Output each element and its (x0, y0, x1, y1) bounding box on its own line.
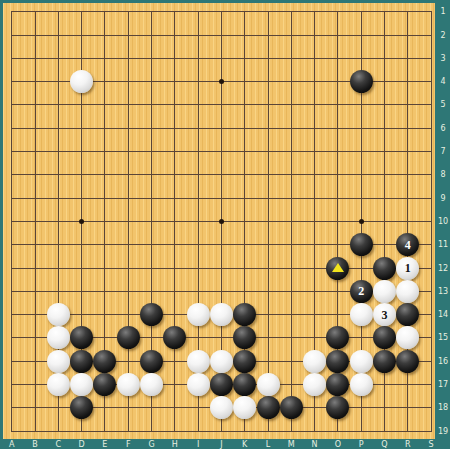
black-stone[interactable] (350, 70, 373, 93)
row-label: 8 (436, 170, 450, 179)
column-label: K (238, 440, 252, 449)
black-stone[interactable] (117, 326, 140, 349)
column-label: H (168, 440, 182, 449)
white-stone[interactable] (210, 303, 233, 326)
row-label: 19 (436, 427, 450, 436)
column-label: L (261, 440, 275, 449)
white-stone[interactable] (47, 303, 70, 326)
white-stone[interactable] (396, 280, 419, 303)
black-stone[interactable] (210, 373, 233, 396)
black-stone[interactable]: 2 (350, 280, 373, 303)
column-label: D (75, 440, 89, 449)
column-label: Q (378, 440, 392, 449)
column-label: J (214, 440, 228, 449)
row-label: 5 (436, 100, 450, 109)
column-label: I (191, 440, 205, 449)
white-stone[interactable] (47, 373, 70, 396)
row-label: 17 (436, 380, 450, 389)
row-label: 10 (436, 217, 450, 226)
white-stone[interactable] (257, 373, 280, 396)
white-stone[interactable] (70, 373, 93, 396)
white-stone[interactable] (187, 373, 210, 396)
black-stone[interactable] (350, 233, 373, 256)
black-stone[interactable] (280, 396, 303, 419)
white-stone[interactable] (210, 350, 233, 373)
white-stone[interactable] (47, 350, 70, 373)
go-board-frame: 4123 12345678910111213141516171819 ABCDE… (0, 0, 450, 449)
black-stone[interactable] (140, 350, 163, 373)
column-label: R (401, 440, 415, 449)
column-label: P (354, 440, 368, 449)
white-stone[interactable] (350, 350, 373, 373)
column-label: F (121, 440, 135, 449)
row-label: 15 (436, 333, 450, 342)
column-label: O (331, 440, 345, 449)
row-label: 18 (436, 403, 450, 412)
white-stone[interactable] (187, 303, 210, 326)
move-number-label: 4 (405, 239, 411, 251)
black-stone[interactable] (396, 350, 419, 373)
move-number-label: 1 (405, 262, 411, 274)
white-stone[interactable]: 3 (373, 303, 396, 326)
column-label: E (98, 440, 112, 449)
black-stone[interactable] (140, 303, 163, 326)
row-label: 9 (436, 194, 450, 203)
black-stone[interactable] (373, 350, 396, 373)
white-stone[interactable] (303, 373, 326, 396)
row-label: 13 (436, 287, 450, 296)
white-stone[interactable] (187, 350, 210, 373)
column-label: G (145, 440, 159, 449)
white-stone[interactable] (303, 350, 326, 373)
row-label: 6 (436, 124, 450, 133)
row-label: 2 (436, 31, 450, 40)
row-label: 4 (436, 77, 450, 86)
column-label: C (51, 440, 65, 449)
white-stone[interactable] (140, 373, 163, 396)
white-stone[interactable]: 1 (396, 257, 419, 280)
column-label: S (424, 440, 438, 449)
row-label: 1 (436, 7, 450, 16)
white-stone[interactable] (350, 373, 373, 396)
row-label: 16 (436, 357, 450, 366)
column-label: N (308, 440, 322, 449)
black-stone[interactable] (326, 257, 349, 280)
white-stone[interactable] (373, 280, 396, 303)
move-number-label: 3 (382, 309, 388, 321)
black-stone[interactable] (373, 257, 396, 280)
black-stone[interactable] (233, 350, 256, 373)
column-label: M (284, 440, 298, 449)
white-stone[interactable] (117, 373, 140, 396)
black-stone[interactable] (93, 350, 116, 373)
row-label: 7 (436, 147, 450, 156)
row-label: 14 (436, 310, 450, 319)
column-label: B (28, 440, 42, 449)
black-stone[interactable] (326, 350, 349, 373)
black-stone[interactable] (70, 350, 93, 373)
column-label: A (5, 440, 19, 449)
row-label: 12 (436, 264, 450, 273)
row-label: 11 (436, 240, 450, 249)
move-number-label: 2 (358, 285, 364, 297)
row-label: 3 (436, 54, 450, 63)
white-stone[interactable] (350, 303, 373, 326)
black-stone[interactable] (257, 396, 280, 419)
triangle-marker (332, 263, 344, 272)
